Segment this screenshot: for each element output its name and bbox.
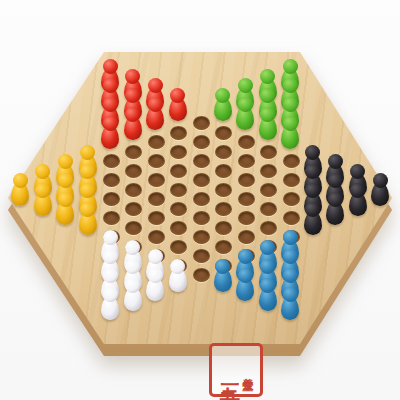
board-hole[interactable] [125, 183, 142, 197]
board-hole[interactable] [170, 164, 187, 178]
board-hole[interactable] [283, 173, 300, 187]
board-hole[interactable] [125, 145, 142, 159]
peg-head [80, 164, 95, 179]
peg-head [238, 249, 253, 264]
board-hole[interactable] [103, 211, 120, 225]
peg-blue[interactable] [281, 287, 299, 320]
peg-head [260, 107, 275, 122]
scene: 三九 養生堂 [0, 0, 400, 400]
peg-red[interactable] [124, 107, 142, 140]
peg-head [80, 183, 95, 198]
peg-head [125, 88, 140, 103]
peg-green[interactable] [281, 116, 299, 149]
peg-head [305, 183, 320, 198]
peg-white[interactable] [146, 268, 164, 301]
board-hole[interactable] [170, 202, 187, 216]
peg-head [283, 78, 298, 93]
board-hole[interactable] [148, 211, 165, 225]
peg-head [305, 145, 320, 160]
peg-head [125, 69, 140, 84]
peg-red[interactable] [169, 88, 187, 121]
peg-head [238, 268, 253, 283]
peg-black[interactable] [349, 183, 367, 216]
board-hole[interactable] [148, 192, 165, 206]
peg-head [283, 249, 298, 264]
peg-head [125, 240, 140, 255]
peg-white[interactable] [124, 278, 142, 311]
board-hole[interactable] [125, 202, 142, 216]
peg-yellow[interactable] [34, 183, 52, 216]
board-hole[interactable] [238, 154, 255, 168]
board-hole[interactable] [170, 126, 187, 140]
peg-yellow[interactable] [11, 173, 29, 206]
board-hole[interactable] [103, 192, 120, 206]
peg-black[interactable] [326, 192, 344, 225]
peg-blue[interactable] [236, 268, 254, 301]
board-hole[interactable] [283, 211, 300, 225]
peg-head [35, 183, 50, 198]
peg-head [260, 278, 275, 293]
board-hole[interactable] [193, 211, 210, 225]
board-hole[interactable] [283, 192, 300, 206]
board-hole[interactable] [148, 230, 165, 244]
board-hole[interactable] [238, 192, 255, 206]
peg-head [80, 145, 95, 160]
board-hole[interactable] [215, 183, 232, 197]
peg-head [283, 59, 298, 74]
peg-head [305, 164, 320, 179]
peg-head [238, 78, 253, 93]
peg-head [260, 69, 275, 84]
peg-head [148, 78, 163, 93]
peg-head [215, 259, 230, 274]
board-hole[interactable] [148, 135, 165, 149]
peg-head [328, 173, 343, 188]
peg-head [103, 78, 118, 93]
board-hole[interactable] [215, 126, 232, 140]
board-hole[interactable] [260, 183, 277, 197]
peg-head [148, 268, 163, 283]
board-hole[interactable] [260, 145, 277, 159]
peg-red[interactable] [146, 97, 164, 130]
board-hole[interactable] [260, 221, 277, 235]
board-hole[interactable] [148, 173, 165, 187]
seal-small-text: 養生堂 [242, 369, 253, 372]
peg-head [260, 88, 275, 103]
peg-head [283, 268, 298, 283]
peg-head [58, 192, 73, 207]
peg-white[interactable] [169, 259, 187, 292]
board-hole[interactable] [260, 202, 277, 216]
board-hole[interactable] [193, 192, 210, 206]
peg-head [103, 116, 118, 131]
peg-white[interactable] [101, 287, 119, 320]
peg-red[interactable] [101, 116, 119, 149]
peg-yellow[interactable] [79, 202, 97, 235]
board-hole[interactable] [125, 164, 142, 178]
board-hole[interactable] [260, 164, 277, 178]
peg-head [283, 287, 298, 302]
peg-head [170, 259, 185, 274]
peg-black[interactable] [304, 202, 322, 235]
peg-head [103, 59, 118, 74]
peg-head [125, 259, 140, 274]
peg-head [103, 230, 118, 245]
board-hole[interactable] [238, 135, 255, 149]
peg-head [148, 97, 163, 112]
board-hole[interactable] [193, 135, 210, 149]
peg-head [260, 240, 275, 255]
peg-green[interactable] [214, 88, 232, 121]
peg-head [238, 97, 253, 112]
board-hole[interactable] [193, 268, 210, 282]
board-hole[interactable] [215, 202, 232, 216]
peg-blue[interactable] [259, 278, 277, 311]
peg-head [328, 192, 343, 207]
peg-head [35, 164, 50, 179]
board-hole[interactable] [193, 173, 210, 187]
peg-head [13, 173, 28, 188]
board-hole[interactable] [170, 221, 187, 235]
peg-head [283, 230, 298, 245]
peg-head [283, 97, 298, 112]
board-hole[interactable] [170, 145, 187, 159]
peg-head [170, 88, 185, 103]
peg-yellow[interactable] [56, 192, 74, 225]
board-hole[interactable] [193, 154, 210, 168]
board-hole[interactable] [238, 230, 255, 244]
seal-large-text: 三九 [219, 367, 240, 373]
board-hole[interactable] [125, 221, 142, 235]
peg-head [103, 97, 118, 112]
peg-black[interactable] [371, 173, 389, 206]
peg-head [125, 107, 140, 122]
board-hole[interactable] [215, 240, 232, 254]
peg-head [80, 202, 95, 217]
peg-head [283, 116, 298, 131]
peg-head [328, 154, 343, 169]
peg-head [103, 268, 118, 283]
board-hole[interactable] [193, 230, 210, 244]
board-hole[interactable] [193, 116, 210, 130]
peg-head [373, 173, 388, 188]
peg-head [103, 287, 118, 302]
peg-head [125, 278, 140, 293]
board-hole[interactable] [283, 154, 300, 168]
peg-head [148, 249, 163, 264]
peg-green[interactable] [259, 107, 277, 140]
peg-head [305, 202, 320, 217]
board-hole[interactable] [215, 164, 232, 178]
board-hole[interactable] [170, 240, 187, 254]
board-cells-layer [0, 0, 400, 400]
board-hole[interactable] [103, 154, 120, 168]
peg-green[interactable] [236, 97, 254, 130]
board-hole[interactable] [215, 145, 232, 159]
peg-head [58, 173, 73, 188]
peg-head [103, 249, 118, 264]
peg-blue[interactable] [214, 259, 232, 292]
watermark-seal: 三九 養生堂 [209, 343, 263, 397]
board-hole[interactable] [238, 211, 255, 225]
board-hole[interactable] [103, 173, 120, 187]
board-hole[interactable] [238, 173, 255, 187]
board-hole[interactable] [193, 249, 210, 263]
peg-head [260, 259, 275, 274]
peg-head [215, 88, 230, 103]
peg-head [58, 154, 73, 169]
board-hole[interactable] [148, 154, 165, 168]
peg-head [350, 164, 365, 179]
board-hole[interactable] [170, 183, 187, 197]
board-hole[interactable] [215, 221, 232, 235]
peg-head [350, 183, 365, 198]
